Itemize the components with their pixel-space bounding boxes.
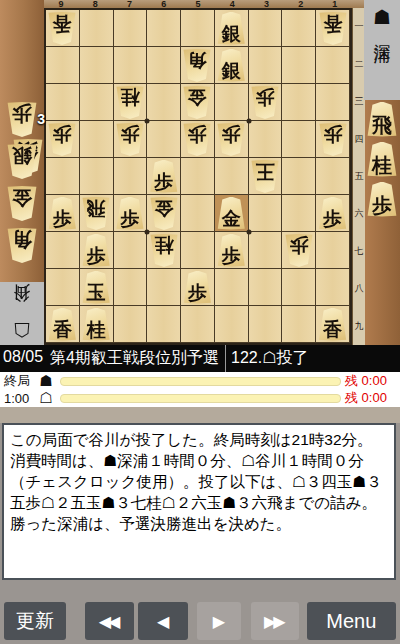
square-2d[interactable] [282, 121, 316, 158]
sente-player-name: 深浦 [371, 30, 394, 36]
square-4f[interactable]: 金 [215, 195, 249, 232]
square-6c[interactable] [147, 84, 181, 121]
square-6d[interactable] [147, 121, 181, 158]
gote-hand-銀[interactable]: 銀銀 [5, 143, 39, 179]
gote-piece: 桂 [149, 234, 179, 267]
square-5h[interactable]: 歩 [181, 269, 215, 306]
gote-piece: 香 [47, 12, 77, 45]
square-1h[interactable] [316, 269, 350, 306]
menu-button[interactable]: Menu [307, 602, 396, 640]
square-7g[interactable] [114, 232, 148, 269]
sente-clock-piece-icon: ☗ [36, 372, 56, 390]
sente-hand-桂[interactable]: 桂 [365, 141, 399, 177]
square-3i[interactable] [249, 306, 283, 343]
square-7c[interactable]: 桂 [114, 84, 148, 121]
rank-label: 七 [353, 233, 365, 270]
square-1i[interactable]: 香 [316, 306, 350, 343]
square-7a[interactable] [114, 10, 148, 47]
gote-piece: 歩 [216, 123, 246, 156]
hand-piece: 金 [6, 186, 38, 221]
current-move-label: 122.☖投了 [231, 348, 308, 369]
hand-piece: 歩 [366, 182, 398, 217]
sente-piece: 銀 [216, 49, 246, 82]
event-name: 第4期叡王戦段位別予選 [50, 348, 219, 369]
gote-time-bar [60, 394, 341, 403]
square-2i[interactable] [282, 306, 316, 343]
square-6h[interactable] [147, 269, 181, 306]
square-7f[interactable]: 歩 [114, 195, 148, 232]
square-8d[interactable] [80, 121, 114, 158]
square-7i[interactable] [114, 306, 148, 343]
sente-time-bar [60, 377, 341, 386]
gote-clock-row: 1:00 ☖ 残 0:00 [0, 390, 400, 406]
square-3h[interactable] [249, 269, 283, 306]
square-4b[interactable]: 銀 [215, 47, 249, 84]
square-8b[interactable] [80, 47, 114, 84]
sente-piece: 香 [318, 308, 348, 341]
gote-piece: 桂 [115, 86, 145, 119]
square-1b[interactable] [316, 47, 350, 84]
gote-piece: 金 [182, 86, 212, 119]
rank-label: 八 [353, 270, 365, 307]
square-3f[interactable] [249, 195, 283, 232]
square-2a[interactable] [282, 10, 316, 47]
square-5e[interactable] [181, 158, 215, 195]
square-7e[interactable] [114, 158, 148, 195]
square-3g[interactable] [249, 232, 283, 269]
sente-piece: 金 [216, 197, 246, 230]
sente-hand-tray: 飛桂歩 [366, 101, 398, 217]
square-5g[interactable] [181, 232, 215, 269]
square-8f[interactable]: 飛 [80, 195, 114, 232]
rank-label: 六 [353, 195, 365, 232]
star-point [246, 230, 251, 235]
next-move-button[interactable]: ▶ [197, 602, 241, 640]
separator-strip [0, 407, 400, 423]
square-4d[interactable]: 歩 [215, 121, 249, 158]
sente-piece: 歩 [149, 160, 179, 193]
rank-label: 五 [353, 158, 365, 195]
square-3d[interactable] [249, 121, 283, 158]
square-9a[interactable]: 香 [46, 10, 80, 47]
gote-remaining-time: 残 0:00 [345, 389, 400, 407]
square-2e[interactable] [282, 158, 316, 195]
square-1d[interactable]: 歩 [316, 121, 350, 158]
square-7b[interactable] [114, 47, 148, 84]
gote-hand-角[interactable]: 角 [5, 227, 39, 263]
sente-piece: 歩 [81, 234, 111, 267]
square-5b[interactable]: 角 [181, 47, 215, 84]
toolbar: 更新◀◀◀▶▶▶Menu [0, 580, 400, 644]
gote-piece: 香 [318, 12, 348, 45]
gote-piece: 角 [182, 49, 212, 82]
square-6f[interactable]: 金 [147, 195, 181, 232]
square-5a[interactable] [181, 10, 215, 47]
sente-piece: 香 [47, 308, 77, 341]
square-6e[interactable]: 歩 [147, 158, 181, 195]
gote-hand-金[interactable]: 金 [5, 185, 39, 221]
square-9h[interactable] [46, 269, 80, 306]
square-4e[interactable] [215, 158, 249, 195]
square-9g[interactable] [46, 232, 80, 269]
sente-piece: 歩 [182, 271, 212, 304]
square-5c[interactable]: 金 [181, 84, 215, 121]
game-info-left: 08/05 第4期叡王戦段位別予選 [0, 348, 225, 369]
gote-piece: 金 [149, 197, 179, 230]
gote-piece: 歩 [182, 123, 212, 156]
gote-piece: 歩 [250, 86, 280, 119]
gote-piece: 歩 [284, 234, 314, 267]
square-5d[interactable]: 歩 [181, 121, 215, 158]
star-point [145, 119, 150, 124]
square-2g[interactable]: 歩 [282, 232, 316, 269]
sente-piece: 玉 [81, 271, 111, 304]
hand-piece: 角 [6, 228, 38, 263]
square-6a[interactable] [147, 10, 181, 47]
sente-clock-row: 終局 ☗ 残 0:00 [0, 373, 400, 389]
hand-piece: 歩 [6, 102, 38, 137]
square-1f[interactable]: 歩 [316, 195, 350, 232]
prev-move-button[interactable]: ◀ [138, 602, 188, 640]
rank-label: 九 [353, 308, 365, 345]
sente-remaining-time: 残 0:00 [345, 372, 400, 390]
square-1g[interactable] [316, 232, 350, 269]
gote-hand-tray: 歩3銀銀金角 [2, 101, 42, 263]
square-8h[interactable]: 玉 [80, 269, 114, 306]
square-9d[interactable]: 歩 [46, 121, 80, 158]
sente-piece: 歩 [318, 197, 348, 230]
square-3b[interactable] [249, 47, 283, 84]
square-3a[interactable] [249, 10, 283, 47]
square-9f[interactable]: 歩 [46, 195, 80, 232]
sente-player-panel: ☗ 深浦 [364, 0, 400, 100]
sente-hand-歩[interactable]: 歩 [365, 181, 399, 217]
commentary-panel[interactable]: この局面で谷川が投了した。終局時刻は21時32分。消費時間は、☗深浦１時間０分、… [2, 423, 396, 580]
square-6b[interactable] [147, 47, 181, 84]
square-8a[interactable] [80, 10, 114, 47]
gote-clock-label: 1:00 [0, 391, 36, 406]
square-3c[interactable]: 歩 [249, 84, 283, 121]
square-2c[interactable] [282, 84, 316, 121]
game-date: 08/05 [3, 348, 43, 369]
square-4h[interactable] [215, 269, 249, 306]
square-9c[interactable] [46, 84, 80, 121]
gote-piece-icon: ☖ [13, 320, 31, 340]
hand-count: 3 [37, 111, 45, 127]
sente-piece-icon: ☗ [373, 7, 391, 27]
game-info-bar: 08/05 第4期叡王戦段位別予選 122.☖投了 [0, 345, 400, 372]
square-3e[interactable]: 王 [249, 158, 283, 195]
sente-piece: 歩 [47, 197, 77, 230]
gote-piece: 歩 [47, 123, 77, 156]
square-8g[interactable]: 歩 [80, 232, 114, 269]
square-9e[interactable] [46, 158, 80, 195]
gote-clock-piece-icon: ☖ [36, 389, 56, 407]
square-2h[interactable] [282, 269, 316, 306]
gote-piece: 歩 [115, 123, 145, 156]
last-move-button[interactable]: ▶▶ [251, 602, 299, 640]
square-4c[interactable] [215, 84, 249, 121]
square-4i[interactable] [215, 306, 249, 343]
square-5i[interactable] [181, 306, 215, 343]
update-button[interactable]: 更新 [4, 602, 66, 640]
commentary-text: この局面で谷川が投了した。終局時刻は21時32分。消費時間は、☗深浦１時間０分、… [10, 429, 388, 534]
hand-piece: 銀 [6, 144, 38, 179]
square-1a[interactable]: 香 [316, 10, 350, 47]
square-1e[interactable] [316, 158, 350, 195]
star-point [246, 119, 251, 124]
square-9b[interactable] [46, 47, 80, 84]
square-2b[interactable] [282, 47, 316, 84]
square-8i[interactable]: 桂 [80, 306, 114, 343]
square-5f[interactable] [181, 195, 215, 232]
square-8c[interactable] [80, 84, 114, 121]
sente-clock-label: 終局 [0, 372, 36, 390]
hand-piece: 桂 [366, 142, 398, 177]
square-9i[interactable]: 香 [46, 306, 80, 343]
sente-piece: 歩 [115, 197, 145, 230]
square-7d[interactable]: 歩 [114, 121, 148, 158]
square-7h[interactable] [114, 269, 148, 306]
square-4a[interactable]: 銀 [215, 10, 249, 47]
shogi-board: 香銀香角銀桂金歩歩歩歩歩歩歩王歩飛歩金金歩歩桂歩歩玉歩香桂香 [44, 8, 352, 345]
square-6i[interactable] [147, 306, 181, 343]
sente-piece: 歩 [216, 234, 246, 267]
gote-hand-歩[interactable]: 歩3 [5, 101, 39, 137]
clock-panel: 終局 ☗ 残 0:00 1:00 ☖ 残 0:00 [0, 372, 400, 407]
gote-piece: 王 [250, 160, 280, 193]
square-4g[interactable]: 歩 [215, 232, 249, 269]
sente-piece: 銀 [216, 12, 246, 45]
first-move-button[interactable]: ◀◀ [85, 602, 135, 640]
square-6g[interactable]: 桂 [147, 232, 181, 269]
sente-hand-飛[interactable]: 飛 [365, 101, 399, 137]
square-8e[interactable] [80, 158, 114, 195]
shogi-app: 987654321 香銀香角銀桂金歩歩歩歩歩歩歩王歩飛歩金金歩歩桂歩歩玉歩香桂香… [0, 0, 400, 644]
header-divider [225, 345, 226, 372]
rank-label: 四 [353, 120, 365, 157]
square-1c[interactable] [316, 84, 350, 121]
square-2f[interactable] [282, 195, 316, 232]
star-point [145, 230, 150, 235]
gote-player-panel: ☖ 谷川 [0, 282, 44, 345]
gote-player-name: 谷川 [11, 311, 34, 317]
gote-piece: 歩 [318, 123, 348, 156]
sente-piece: 桂 [81, 308, 111, 341]
gote-piece: 飛 [81, 197, 111, 230]
hand-piece: 飛 [366, 102, 398, 137]
